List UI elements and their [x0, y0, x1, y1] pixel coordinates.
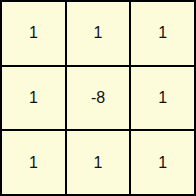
cell-r2c2: -8	[67, 67, 130, 130]
cell-r3c1: 1	[2, 131, 65, 194]
cell-r1c1: 1	[2, 2, 65, 65]
cell-r1c2: 1	[67, 2, 130, 65]
cell-r2c1: 1	[2, 67, 65, 130]
cell-r3c2: 1	[67, 131, 130, 194]
cell-r2c3: 1	[131, 67, 194, 130]
kernel-grid: 1 1 1 1 -8 1 1 1 1	[0, 0, 196, 196]
cell-r1c3: 1	[131, 2, 194, 65]
cell-r3c3: 1	[131, 131, 194, 194]
